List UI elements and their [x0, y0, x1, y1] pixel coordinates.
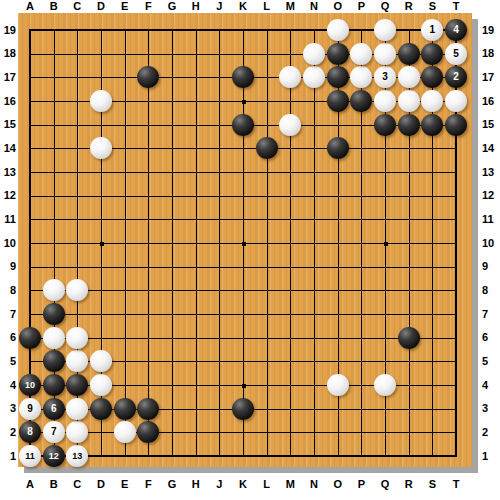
- coord-label-bottom-T: T: [447, 478, 465, 491]
- coord-label-left-14: 14: [1, 142, 16, 155]
- stone-black-R15[interactable]: [398, 114, 420, 136]
- grid-line-h-6: [30, 338, 456, 339]
- coord-label-right-17: 17: [482, 71, 500, 84]
- move-number: 4: [453, 19, 459, 41]
- stone-black-S15[interactable]: [421, 114, 443, 136]
- coord-label-bottom-M: M: [281, 478, 299, 491]
- move-number: 1: [430, 19, 436, 41]
- coord-label-bottom-K: K: [234, 478, 252, 491]
- stone-white-Q18[interactable]: [374, 43, 396, 65]
- coord-label-right-9: 9: [482, 260, 500, 273]
- coord-label-top-Q: Q: [376, 0, 394, 13]
- stone-black-R6[interactable]: [398, 327, 420, 349]
- stone-black-B5[interactable]: [43, 350, 65, 372]
- stone-black-B7[interactable]: [43, 303, 65, 325]
- coord-label-right-19: 19: [482, 24, 500, 37]
- coord-label-top-S: S: [423, 0, 441, 13]
- coord-label-bottom-B: B: [45, 478, 63, 491]
- go-board[interactable]: 81012624119713315: [18, 13, 472, 467]
- stone-black-O17[interactable]: [327, 66, 349, 88]
- coord-label-left-5: 5: [1, 355, 16, 368]
- stone-white-O19[interactable]: [327, 19, 349, 41]
- coord-label-top-C: C: [68, 0, 86, 13]
- coord-label-top-J: J: [210, 0, 228, 13]
- coord-label-top-K: K: [234, 0, 252, 13]
- coord-label-left-4: 4: [1, 379, 16, 392]
- coord-label-left-17: 17: [1, 71, 16, 84]
- move-number: 11: [25, 445, 35, 467]
- stone-white-B8[interactable]: [43, 279, 65, 301]
- stone-black-D3[interactable]: [90, 398, 112, 420]
- stone-black-A4[interactable]: 10: [19, 374, 41, 396]
- stone-black-B3[interactable]: 6: [43, 398, 65, 420]
- coord-label-bottom-R: R: [400, 478, 418, 491]
- star-point-Q10: [384, 242, 388, 246]
- grid-line-h-7: [30, 314, 456, 315]
- stone-white-Q16[interactable]: [374, 90, 396, 112]
- star-point-K4: [242, 384, 246, 388]
- stone-white-B2[interactable]: 7: [43, 421, 65, 443]
- coord-label-left-19: 19: [1, 24, 16, 37]
- stone-white-T16[interactable]: [445, 90, 467, 112]
- stone-black-A6[interactable]: [19, 327, 41, 349]
- coord-label-bottom-G: G: [163, 478, 181, 491]
- stone-black-T17[interactable]: 2: [445, 66, 467, 88]
- coord-label-bottom-N: N: [305, 478, 323, 491]
- stone-white-O4[interactable]: [327, 374, 349, 396]
- stone-white-A3[interactable]: 9: [19, 398, 41, 420]
- stone-black-E3[interactable]: [114, 398, 136, 420]
- stone-black-O18[interactable]: [327, 43, 349, 65]
- coord-label-left-1: 1: [1, 450, 16, 463]
- coord-label-bottom-E: E: [116, 478, 134, 491]
- coord-label-right-11: 11: [482, 213, 500, 226]
- grid-line-v-N: [314, 30, 315, 456]
- stone-white-Q4[interactable]: [374, 374, 396, 396]
- move-number: 6: [51, 398, 57, 420]
- star-point-D10: [100, 242, 104, 246]
- coord-label-right-15: 15: [482, 118, 500, 131]
- coord-label-top-P: P: [352, 0, 370, 13]
- stone-black-K3[interactable]: [232, 398, 254, 420]
- move-number: 9: [27, 398, 33, 420]
- stone-black-Q15[interactable]: [374, 114, 396, 136]
- coord-label-top-F: F: [139, 0, 157, 13]
- stone-black-K15[interactable]: [232, 114, 254, 136]
- move-number: 2: [453, 66, 459, 88]
- stone-white-C3[interactable]: [66, 398, 88, 420]
- stone-white-Q19[interactable]: [374, 19, 396, 41]
- coord-label-right-3: 3: [482, 402, 500, 415]
- coord-label-right-10: 10: [482, 237, 500, 250]
- grid-line-h-2: [30, 432, 456, 433]
- stone-black-T15[interactable]: [445, 114, 467, 136]
- coord-label-top-G: G: [163, 0, 181, 13]
- coord-label-top-H: H: [187, 0, 205, 13]
- coord-label-bottom-L: L: [258, 478, 276, 491]
- coord-label-right-1: 1: [482, 450, 500, 463]
- coord-label-right-6: 6: [482, 331, 500, 344]
- stone-white-D16[interactable]: [90, 90, 112, 112]
- coord-label-left-18: 18: [1, 47, 16, 60]
- stone-white-B6[interactable]: [43, 327, 65, 349]
- stone-black-R18[interactable]: [398, 43, 420, 65]
- star-point-K10: [242, 242, 246, 246]
- coord-label-bottom-F: F: [139, 478, 157, 491]
- coord-label-right-13: 13: [482, 166, 500, 179]
- coord-label-right-16: 16: [482, 95, 500, 108]
- grid-line-v-M: [290, 30, 291, 456]
- stone-black-S18[interactable]: [421, 43, 443, 65]
- coord-label-left-9: 9: [1, 260, 16, 273]
- coord-label-right-18: 18: [482, 47, 500, 60]
- coord-label-left-15: 15: [1, 118, 16, 131]
- coord-label-left-2: 2: [1, 426, 16, 439]
- move-number: 7: [51, 421, 57, 443]
- go-app-window: 81012624119713315 AABBCCDDEEFFGGHHJJKKLL…: [0, 0, 500, 500]
- coord-label-bottom-A: A: [21, 478, 39, 491]
- stone-black-F3[interactable]: [137, 398, 159, 420]
- stone-white-A1[interactable]: 11: [19, 445, 41, 467]
- coord-label-bottom-D: D: [92, 478, 110, 491]
- coord-label-bottom-J: J: [210, 478, 228, 491]
- move-number: 12: [49, 445, 59, 467]
- stone-white-D4[interactable]: [90, 374, 112, 396]
- move-number: 5: [453, 43, 459, 65]
- stone-white-R17[interactable]: [398, 66, 420, 88]
- coord-label-bottom-S: S: [423, 478, 441, 491]
- coord-label-bottom-H: H: [187, 478, 205, 491]
- stone-white-C6[interactable]: [66, 327, 88, 349]
- coord-label-right-8: 8: [482, 284, 500, 297]
- coord-label-right-5: 5: [482, 355, 500, 368]
- coord-label-left-8: 8: [1, 284, 16, 297]
- coord-label-top-E: E: [116, 0, 134, 13]
- coord-label-top-T: T: [447, 0, 465, 13]
- coord-label-right-4: 4: [482, 379, 500, 392]
- move-number: 10: [25, 374, 35, 396]
- stone-black-O14[interactable]: [327, 137, 349, 159]
- stone-white-E2[interactable]: [114, 421, 136, 443]
- stone-black-B1[interactable]: 12: [43, 445, 65, 467]
- coord-label-bottom-Q: Q: [376, 478, 394, 491]
- stone-white-P18[interactable]: [350, 43, 372, 65]
- coord-label-right-2: 2: [482, 426, 500, 439]
- coord-label-bottom-P: P: [352, 478, 370, 491]
- coord-label-left-7: 7: [1, 308, 16, 321]
- coord-label-left-11: 11: [1, 213, 16, 226]
- grid-line-v-L: [267, 30, 268, 456]
- coord-label-left-16: 16: [1, 95, 16, 108]
- star-point-K16: [242, 100, 246, 104]
- coord-label-top-N: N: [305, 0, 323, 13]
- coord-label-top-L: L: [258, 0, 276, 13]
- coord-label-left-6: 6: [1, 331, 16, 344]
- stone-black-O16[interactable]: [327, 90, 349, 112]
- coord-label-top-A: A: [21, 0, 39, 13]
- coord-label-top-M: M: [281, 0, 299, 13]
- coord-label-top-B: B: [45, 0, 63, 13]
- coord-label-left-13: 13: [1, 166, 16, 179]
- move-number: 3: [382, 66, 388, 88]
- stone-black-T19[interactable]: 4: [445, 19, 467, 41]
- coord-label-top-O: O: [329, 0, 347, 13]
- coord-label-right-14: 14: [482, 142, 500, 155]
- stone-white-R16[interactable]: [398, 90, 420, 112]
- coord-label-bottom-C: C: [68, 478, 86, 491]
- coord-label-top-D: D: [92, 0, 110, 13]
- stone-white-M15[interactable]: [279, 114, 301, 136]
- stone-white-C1[interactable]: 13: [66, 445, 88, 467]
- coord-label-left-3: 3: [1, 402, 16, 415]
- stone-white-N18[interactable]: [303, 43, 325, 65]
- stone-black-L14[interactable]: [256, 137, 278, 159]
- coord-label-left-12: 12: [1, 189, 16, 202]
- coord-label-right-7: 7: [482, 308, 500, 321]
- coord-label-bottom-O: O: [329, 478, 347, 491]
- move-number: 8: [27, 421, 33, 443]
- grid-line-h-8: [30, 290, 456, 291]
- stone-black-B4[interactable]: [43, 374, 65, 396]
- coord-label-left-10: 10: [1, 237, 16, 250]
- coord-label-right-12: 12: [482, 189, 500, 202]
- grid-line-h-9: [30, 267, 456, 268]
- coord-label-top-R: R: [400, 0, 418, 13]
- move-number: 13: [72, 445, 82, 467]
- stone-white-T18[interactable]: 5: [445, 43, 467, 65]
